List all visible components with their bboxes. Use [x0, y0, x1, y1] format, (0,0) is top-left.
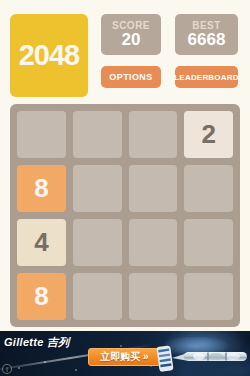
- tile-4-r3c1: 4: [17, 219, 66, 266]
- score-label: SCORE: [112, 20, 150, 31]
- tile-8-r4c1: 8: [17, 273, 66, 320]
- cell-empty-r2c3: [129, 165, 178, 212]
- ad-brand-logo: Gillette 吉列: [4, 335, 70, 350]
- app-window: 2048 SCORE 20 BEST 6668 OPTIONS LEADERBO…: [0, 0, 250, 376]
- tile-8-r2c1: 8: [17, 165, 66, 212]
- cell-empty-r3c3: [129, 219, 178, 266]
- cell-empty-r4c2: [73, 273, 122, 320]
- cell-empty-r3c2: [73, 219, 122, 266]
- cell-empty-r2c4: [184, 165, 233, 212]
- score-box: SCORE 20: [101, 14, 161, 55]
- best-value: 6668: [188, 31, 226, 50]
- game-logo: 2048: [10, 14, 88, 97]
- razor-icon: [154, 337, 250, 376]
- board-grid[interactable]: 2848: [10, 104, 240, 327]
- tile-2-r1c4: 2: [184, 111, 233, 158]
- cell-empty-r2c2: [73, 165, 122, 212]
- cell-empty-r1c1: [17, 111, 66, 158]
- ad-info-icon[interactable]: i: [2, 364, 12, 374]
- cell-empty-r3c4: [184, 219, 233, 266]
- ad-banner[interactable]: Gillette 吉列 立即购买 »: [0, 331, 250, 376]
- ad-buy-now-button[interactable]: 立即购买 »: [88, 348, 161, 366]
- best-label: BEST: [192, 20, 221, 31]
- cell-empty-r1c3: [129, 111, 178, 158]
- leaderboard-button[interactable]: LEADERBOARD: [175, 66, 238, 88]
- score-value: 20: [122, 31, 141, 50]
- cell-empty-r1c2: [73, 111, 122, 158]
- best-box: BEST 6668: [175, 14, 238, 55]
- cell-empty-r4c3: [129, 273, 178, 320]
- cell-empty-r4c4: [184, 273, 233, 320]
- options-button[interactable]: OPTIONS: [101, 66, 161, 88]
